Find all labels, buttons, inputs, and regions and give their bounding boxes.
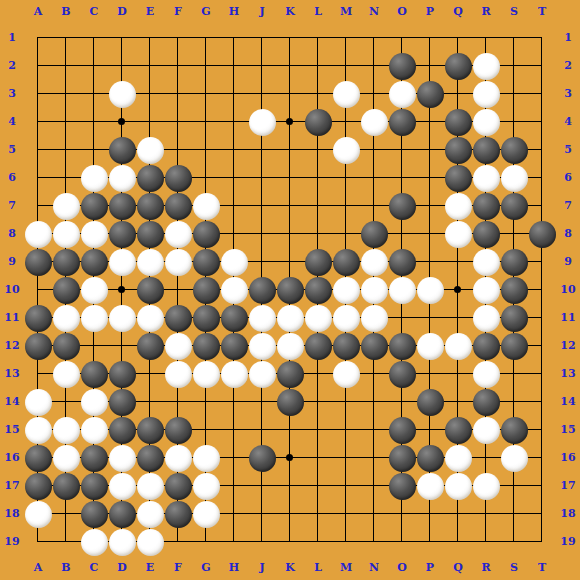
board-cell-Q6[interactable]	[444, 164, 472, 192]
board-cell-N11[interactable]	[360, 304, 388, 332]
board-cell-C19[interactable]	[80, 528, 108, 556]
board-cell-T5[interactable]	[528, 136, 556, 164]
board-cell-H2[interactable]	[220, 52, 248, 80]
board-cell-A19[interactable]	[24, 528, 52, 556]
board-cell-L4[interactable]	[304, 108, 332, 136]
board-cell-G11[interactable]	[192, 304, 220, 332]
board-cell-E12[interactable]	[136, 332, 164, 360]
board-cell-J10[interactable]	[248, 276, 276, 304]
board-cell-O7[interactable]	[388, 192, 416, 220]
board-cell-C17[interactable]	[80, 472, 108, 500]
board-cell-K11[interactable]	[276, 304, 304, 332]
board-cell-F15[interactable]	[164, 416, 192, 444]
board-cell-D19[interactable]	[108, 528, 136, 556]
board-cell-S10[interactable]	[500, 276, 528, 304]
board-cell-E9[interactable]	[136, 248, 164, 276]
board-cell-C14[interactable]	[80, 388, 108, 416]
board-cell-R3[interactable]	[472, 80, 500, 108]
board-cell-M16[interactable]	[332, 444, 360, 472]
board-cell-C10[interactable]	[80, 276, 108, 304]
board-cell-T16[interactable]	[528, 444, 556, 472]
board-cell-A12[interactable]	[24, 332, 52, 360]
board-cell-O1[interactable]	[388, 24, 416, 52]
board-cell-G19[interactable]	[192, 528, 220, 556]
board-cell-N6[interactable]	[360, 164, 388, 192]
board-cell-O11[interactable]	[388, 304, 416, 332]
board-cell-D9[interactable]	[108, 248, 136, 276]
board-cell-C7[interactable]	[80, 192, 108, 220]
board-cell-F1[interactable]	[164, 24, 192, 52]
board-cell-L15[interactable]	[304, 416, 332, 444]
board-cell-R14[interactable]	[472, 388, 500, 416]
board-cell-J14[interactable]	[248, 388, 276, 416]
board-cell-T15[interactable]	[528, 416, 556, 444]
board-cell-L12[interactable]	[304, 332, 332, 360]
board-cell-C16[interactable]	[80, 444, 108, 472]
board-cell-C4[interactable]	[80, 108, 108, 136]
board-cell-A7[interactable]	[24, 192, 52, 220]
board-cell-G14[interactable]	[192, 388, 220, 416]
board-cell-Q11[interactable]	[444, 304, 472, 332]
board-cell-E2[interactable]	[136, 52, 164, 80]
board-cell-K19[interactable]	[276, 528, 304, 556]
board-cell-F13[interactable]	[164, 360, 192, 388]
board-cell-L8[interactable]	[304, 220, 332, 248]
board-cell-H5[interactable]	[220, 136, 248, 164]
board-cell-T18[interactable]	[528, 500, 556, 528]
board-cell-H9[interactable]	[220, 248, 248, 276]
board-cell-T9[interactable]	[528, 248, 556, 276]
board-cell-Q3[interactable]	[444, 80, 472, 108]
board-cell-A8[interactable]	[24, 220, 52, 248]
board-cell-H8[interactable]	[220, 220, 248, 248]
board-cell-B5[interactable]	[52, 136, 80, 164]
board-cell-P12[interactable]	[416, 332, 444, 360]
board-cell-B12[interactable]	[52, 332, 80, 360]
board-cell-K9[interactable]	[276, 248, 304, 276]
board-cell-L19[interactable]	[304, 528, 332, 556]
board-cell-E14[interactable]	[136, 388, 164, 416]
board-cell-P1[interactable]	[416, 24, 444, 52]
board-cell-C8[interactable]	[80, 220, 108, 248]
board-cell-C12[interactable]	[80, 332, 108, 360]
board-cell-O13[interactable]	[388, 360, 416, 388]
board-cell-E13[interactable]	[136, 360, 164, 388]
board-cell-C1[interactable]	[80, 24, 108, 52]
board-cell-L16[interactable]	[304, 444, 332, 472]
board-cell-N3[interactable]	[360, 80, 388, 108]
board-cell-N2[interactable]	[360, 52, 388, 80]
board-cell-M10[interactable]	[332, 276, 360, 304]
board-cell-T2[interactable]	[528, 52, 556, 80]
board-cell-B19[interactable]	[52, 528, 80, 556]
board-cell-N19[interactable]	[360, 528, 388, 556]
board-cell-F18[interactable]	[164, 500, 192, 528]
board-cell-J6[interactable]	[248, 164, 276, 192]
board-cell-D1[interactable]	[108, 24, 136, 52]
board-cell-R2[interactable]	[472, 52, 500, 80]
board-cell-G5[interactable]	[192, 136, 220, 164]
board-cell-L3[interactable]	[304, 80, 332, 108]
board-cell-S1[interactable]	[500, 24, 528, 52]
board-cell-R7[interactable]	[472, 192, 500, 220]
board-cell-E7[interactable]	[136, 192, 164, 220]
board-cell-M7[interactable]	[332, 192, 360, 220]
board-cell-F12[interactable]	[164, 332, 192, 360]
board-cell-M4[interactable]	[332, 108, 360, 136]
board-cell-L5[interactable]	[304, 136, 332, 164]
board-cell-M2[interactable]	[332, 52, 360, 80]
board-cell-J12[interactable]	[248, 332, 276, 360]
board-cell-F17[interactable]	[164, 472, 192, 500]
board-cell-G17[interactable]	[192, 472, 220, 500]
board-cell-T8[interactable]	[528, 220, 556, 248]
board-cell-D16[interactable]	[108, 444, 136, 472]
board-cell-S5[interactable]	[500, 136, 528, 164]
board-cell-J7[interactable]	[248, 192, 276, 220]
board-cell-G6[interactable]	[192, 164, 220, 192]
board-cell-H13[interactable]	[220, 360, 248, 388]
board-cell-C9[interactable]	[80, 248, 108, 276]
board-cell-S15[interactable]	[500, 416, 528, 444]
board-cell-J4[interactable]	[248, 108, 276, 136]
board-cell-N9[interactable]	[360, 248, 388, 276]
board-cell-C2[interactable]	[80, 52, 108, 80]
board-cell-Q14[interactable]	[444, 388, 472, 416]
board-cell-N17[interactable]	[360, 472, 388, 500]
board-cell-E8[interactable]	[136, 220, 164, 248]
board-cell-N1[interactable]	[360, 24, 388, 52]
board-cell-A6[interactable]	[24, 164, 52, 192]
board-cell-M8[interactable]	[332, 220, 360, 248]
board-cell-B1[interactable]	[52, 24, 80, 52]
board-cell-S2[interactable]	[500, 52, 528, 80]
board-cell-F10[interactable]	[164, 276, 192, 304]
board-cell-B4[interactable]	[52, 108, 80, 136]
board-cell-B17[interactable]	[52, 472, 80, 500]
board-cell-J17[interactable]	[248, 472, 276, 500]
board-cell-Q8[interactable]	[444, 220, 472, 248]
board-cell-P9[interactable]	[416, 248, 444, 276]
board-cell-F9[interactable]	[164, 248, 192, 276]
board-cell-A4[interactable]	[24, 108, 52, 136]
board-cell-J11[interactable]	[248, 304, 276, 332]
board-cell-S19[interactable]	[500, 528, 528, 556]
board-cell-C15[interactable]	[80, 416, 108, 444]
board-cell-J9[interactable]	[248, 248, 276, 276]
board-cell-L9[interactable]	[304, 248, 332, 276]
board-cell-G16[interactable]	[192, 444, 220, 472]
board-cell-S11[interactable]	[500, 304, 528, 332]
board-cell-A1[interactable]	[24, 24, 52, 52]
board-cell-S14[interactable]	[500, 388, 528, 416]
board-cell-F2[interactable]	[164, 52, 192, 80]
board-cell-O14[interactable]	[388, 388, 416, 416]
board-cell-N5[interactable]	[360, 136, 388, 164]
board-cell-L14[interactable]	[304, 388, 332, 416]
board-cell-E19[interactable]	[136, 528, 164, 556]
board-cell-Q1[interactable]	[444, 24, 472, 52]
board-cell-T1[interactable]	[528, 24, 556, 52]
board-cell-K5[interactable]	[276, 136, 304, 164]
board-cell-S18[interactable]	[500, 500, 528, 528]
board-cell-D3[interactable]	[108, 80, 136, 108]
board-cell-Q2[interactable]	[444, 52, 472, 80]
board-cell-T17[interactable]	[528, 472, 556, 500]
board-cell-A16[interactable]	[24, 444, 52, 472]
board-cell-P13[interactable]	[416, 360, 444, 388]
board-cell-E6[interactable]	[136, 164, 164, 192]
board-cell-K3[interactable]	[276, 80, 304, 108]
board-cell-D7[interactable]	[108, 192, 136, 220]
board-cell-K18[interactable]	[276, 500, 304, 528]
board-cell-T10[interactable]	[528, 276, 556, 304]
board-cell-F5[interactable]	[164, 136, 192, 164]
board-cell-H14[interactable]	[220, 388, 248, 416]
board-cell-B2[interactable]	[52, 52, 80, 80]
board-cell-O12[interactable]	[388, 332, 416, 360]
board-cell-M15[interactable]	[332, 416, 360, 444]
board-cell-B18[interactable]	[52, 500, 80, 528]
board-cell-S17[interactable]	[500, 472, 528, 500]
board-cell-K10[interactable]	[276, 276, 304, 304]
board-cell-P6[interactable]	[416, 164, 444, 192]
board-cell-H1[interactable]	[220, 24, 248, 52]
board-cell-P4[interactable]	[416, 108, 444, 136]
board-cell-C6[interactable]	[80, 164, 108, 192]
board-cell-N12[interactable]	[360, 332, 388, 360]
board-cell-S16[interactable]	[500, 444, 528, 472]
board-cell-H15[interactable]	[220, 416, 248, 444]
board-cell-E5[interactable]	[136, 136, 164, 164]
board-cell-B3[interactable]	[52, 80, 80, 108]
board-cell-S7[interactable]	[500, 192, 528, 220]
board-cell-M19[interactable]	[332, 528, 360, 556]
board-cell-H11[interactable]	[220, 304, 248, 332]
board-cell-D2[interactable]	[108, 52, 136, 80]
board-cell-F14[interactable]	[164, 388, 192, 416]
board-cell-S4[interactable]	[500, 108, 528, 136]
board-cell-K8[interactable]	[276, 220, 304, 248]
board-cell-K15[interactable]	[276, 416, 304, 444]
board-cell-K17[interactable]	[276, 472, 304, 500]
board-cell-Q18[interactable]	[444, 500, 472, 528]
board-cell-C3[interactable]	[80, 80, 108, 108]
board-cell-R18[interactable]	[472, 500, 500, 528]
board-cell-D8[interactable]	[108, 220, 136, 248]
board-cell-L13[interactable]	[304, 360, 332, 388]
board-cell-E17[interactable]	[136, 472, 164, 500]
board-cell-T12[interactable]	[528, 332, 556, 360]
board-cell-N14[interactable]	[360, 388, 388, 416]
board-cell-A17[interactable]	[24, 472, 52, 500]
board-cell-R15[interactable]	[472, 416, 500, 444]
board-cell-A5[interactable]	[24, 136, 52, 164]
board-cell-M17[interactable]	[332, 472, 360, 500]
board-cell-O4[interactable]	[388, 108, 416, 136]
board-cell-N15[interactable]	[360, 416, 388, 444]
board-cell-N10[interactable]	[360, 276, 388, 304]
board-cell-C13[interactable]	[80, 360, 108, 388]
board-cell-M3[interactable]	[332, 80, 360, 108]
board-cell-S13[interactable]	[500, 360, 528, 388]
board-cell-J19[interactable]	[248, 528, 276, 556]
board-cell-F16[interactable]	[164, 444, 192, 472]
board-cell-T11[interactable]	[528, 304, 556, 332]
board-cell-F8[interactable]	[164, 220, 192, 248]
board-cell-T14[interactable]	[528, 388, 556, 416]
board-cell-K7[interactable]	[276, 192, 304, 220]
board-cell-F3[interactable]	[164, 80, 192, 108]
board-cell-A9[interactable]	[24, 248, 52, 276]
board-cell-G3[interactable]	[192, 80, 220, 108]
board-cell-S3[interactable]	[500, 80, 528, 108]
board-cell-H10[interactable]	[220, 276, 248, 304]
board-cell-M5[interactable]	[332, 136, 360, 164]
board-cell-B14[interactable]	[52, 388, 80, 416]
board-cell-A10[interactable]	[24, 276, 52, 304]
board-cell-D18[interactable]	[108, 500, 136, 528]
board-cell-D10[interactable]	[108, 276, 136, 304]
board-cell-B10[interactable]	[52, 276, 80, 304]
board-cell-R10[interactable]	[472, 276, 500, 304]
board-cell-A13[interactable]	[24, 360, 52, 388]
board-cell-M18[interactable]	[332, 500, 360, 528]
board-cell-E10[interactable]	[136, 276, 164, 304]
board-cell-C5[interactable]	[80, 136, 108, 164]
board-cell-S9[interactable]	[500, 248, 528, 276]
board-cell-G9[interactable]	[192, 248, 220, 276]
board-cell-L2[interactable]	[304, 52, 332, 80]
board-cell-B9[interactable]	[52, 248, 80, 276]
board-cell-R16[interactable]	[472, 444, 500, 472]
board-cell-D15[interactable]	[108, 416, 136, 444]
board-cell-D5[interactable]	[108, 136, 136, 164]
board-cell-O5[interactable]	[388, 136, 416, 164]
board-cell-O16[interactable]	[388, 444, 416, 472]
board-cell-H3[interactable]	[220, 80, 248, 108]
board-cell-L18[interactable]	[304, 500, 332, 528]
board-cell-G10[interactable]	[192, 276, 220, 304]
board-cell-P14[interactable]	[416, 388, 444, 416]
board-cell-O17[interactable]	[388, 472, 416, 500]
board-cell-P11[interactable]	[416, 304, 444, 332]
board-cell-H16[interactable]	[220, 444, 248, 472]
board-cell-A14[interactable]	[24, 388, 52, 416]
board-cell-G1[interactable]	[192, 24, 220, 52]
board-cell-M14[interactable]	[332, 388, 360, 416]
board-cell-A11[interactable]	[24, 304, 52, 332]
board-cell-H7[interactable]	[220, 192, 248, 220]
board-cell-T19[interactable]	[528, 528, 556, 556]
board-cell-P5[interactable]	[416, 136, 444, 164]
board-cell-T7[interactable]	[528, 192, 556, 220]
board-cell-R8[interactable]	[472, 220, 500, 248]
board-cell-Q12[interactable]	[444, 332, 472, 360]
board-cell-Q7[interactable]	[444, 192, 472, 220]
board-cell-G18[interactable]	[192, 500, 220, 528]
board-cell-T3[interactable]	[528, 80, 556, 108]
board-cell-Q17[interactable]	[444, 472, 472, 500]
board-cell-M11[interactable]	[332, 304, 360, 332]
board-cell-P17[interactable]	[416, 472, 444, 500]
board-cell-E4[interactable]	[136, 108, 164, 136]
board-cell-G12[interactable]	[192, 332, 220, 360]
board-cell-K14[interactable]	[276, 388, 304, 416]
board-cell-B7[interactable]	[52, 192, 80, 220]
board-cell-H12[interactable]	[220, 332, 248, 360]
board-cell-J18[interactable]	[248, 500, 276, 528]
board-cell-H18[interactable]	[220, 500, 248, 528]
board-cell-B6[interactable]	[52, 164, 80, 192]
board-cell-F11[interactable]	[164, 304, 192, 332]
board-cell-Q13[interactable]	[444, 360, 472, 388]
board-cell-P7[interactable]	[416, 192, 444, 220]
board-cell-J16[interactable]	[248, 444, 276, 472]
board-cell-K12[interactable]	[276, 332, 304, 360]
board-cell-O15[interactable]	[388, 416, 416, 444]
board-cell-B11[interactable]	[52, 304, 80, 332]
board-cell-D6[interactable]	[108, 164, 136, 192]
board-cell-O19[interactable]	[388, 528, 416, 556]
board-cell-R17[interactable]	[472, 472, 500, 500]
board-cell-H17[interactable]	[220, 472, 248, 500]
board-cell-O8[interactable]	[388, 220, 416, 248]
board-cell-R5[interactable]	[472, 136, 500, 164]
board-cell-T13[interactable]	[528, 360, 556, 388]
board-cell-F4[interactable]	[164, 108, 192, 136]
board-cell-A18[interactable]	[24, 500, 52, 528]
board-cell-G2[interactable]	[192, 52, 220, 80]
board-cell-L1[interactable]	[304, 24, 332, 52]
board-cell-Q15[interactable]	[444, 416, 472, 444]
board-cell-H4[interactable]	[220, 108, 248, 136]
board-cell-E3[interactable]	[136, 80, 164, 108]
board-cell-J2[interactable]	[248, 52, 276, 80]
board-cell-N7[interactable]	[360, 192, 388, 220]
board-cell-D17[interactable]	[108, 472, 136, 500]
board-cell-D13[interactable]	[108, 360, 136, 388]
board-cell-E15[interactable]	[136, 416, 164, 444]
board-cell-O2[interactable]	[388, 52, 416, 80]
board-cell-D4[interactable]	[108, 108, 136, 136]
board-cell-S6[interactable]	[500, 164, 528, 192]
board-cell-H6[interactable]	[220, 164, 248, 192]
board-cell-Q10[interactable]	[444, 276, 472, 304]
board-cell-M13[interactable]	[332, 360, 360, 388]
board-cell-O18[interactable]	[388, 500, 416, 528]
board-cell-T4[interactable]	[528, 108, 556, 136]
board-cell-E16[interactable]	[136, 444, 164, 472]
board-cell-K13[interactable]	[276, 360, 304, 388]
board-cell-N13[interactable]	[360, 360, 388, 388]
board-cell-N18[interactable]	[360, 500, 388, 528]
board-cell-J13[interactable]	[248, 360, 276, 388]
board-cell-H19[interactable]	[220, 528, 248, 556]
board-cell-A15[interactable]	[24, 416, 52, 444]
board-cell-G15[interactable]	[192, 416, 220, 444]
board-cell-R1[interactable]	[472, 24, 500, 52]
board-cell-Q19[interactable]	[444, 528, 472, 556]
board-cell-M6[interactable]	[332, 164, 360, 192]
board-cell-G4[interactable]	[192, 108, 220, 136]
board-cell-R9[interactable]	[472, 248, 500, 276]
board-cell-P18[interactable]	[416, 500, 444, 528]
board-cell-G8[interactable]	[192, 220, 220, 248]
board-cell-N4[interactable]	[360, 108, 388, 136]
board-cell-Q5[interactable]	[444, 136, 472, 164]
board-cell-C11[interactable]	[80, 304, 108, 332]
